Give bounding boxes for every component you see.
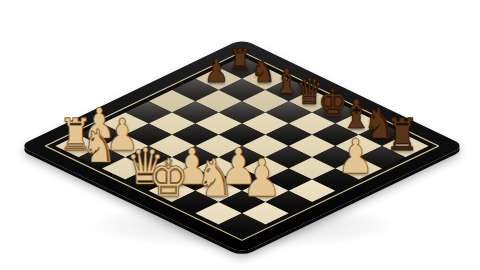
- light-pawn[interactable]: ♟: [337, 132, 374, 180]
- dark-rook[interactable]: ♜: [386, 113, 420, 157]
- light-king[interactable]: ♚: [149, 151, 189, 203]
- dark-pawn[interactable]: ♟: [204, 54, 228, 86]
- product-photo-scene: ♜♞♝♛♚♝♞♜♟♟♟♟♟♟♟♞♜♞♛♚: [0, 0, 480, 270]
- dark-rook[interactable]: ♜: [229, 45, 252, 75]
- light-knight[interactable]: ♞: [195, 151, 235, 203]
- light-pawn[interactable]: ♟: [242, 151, 282, 203]
- square-a4[interactable]: ♚: [149, 180, 196, 202]
- square-h1[interactable]: ♜: [382, 135, 429, 157]
- light-knight[interactable]: ♞: [81, 122, 116, 168]
- dark-knight[interactable]: ♞: [251, 54, 275, 86]
